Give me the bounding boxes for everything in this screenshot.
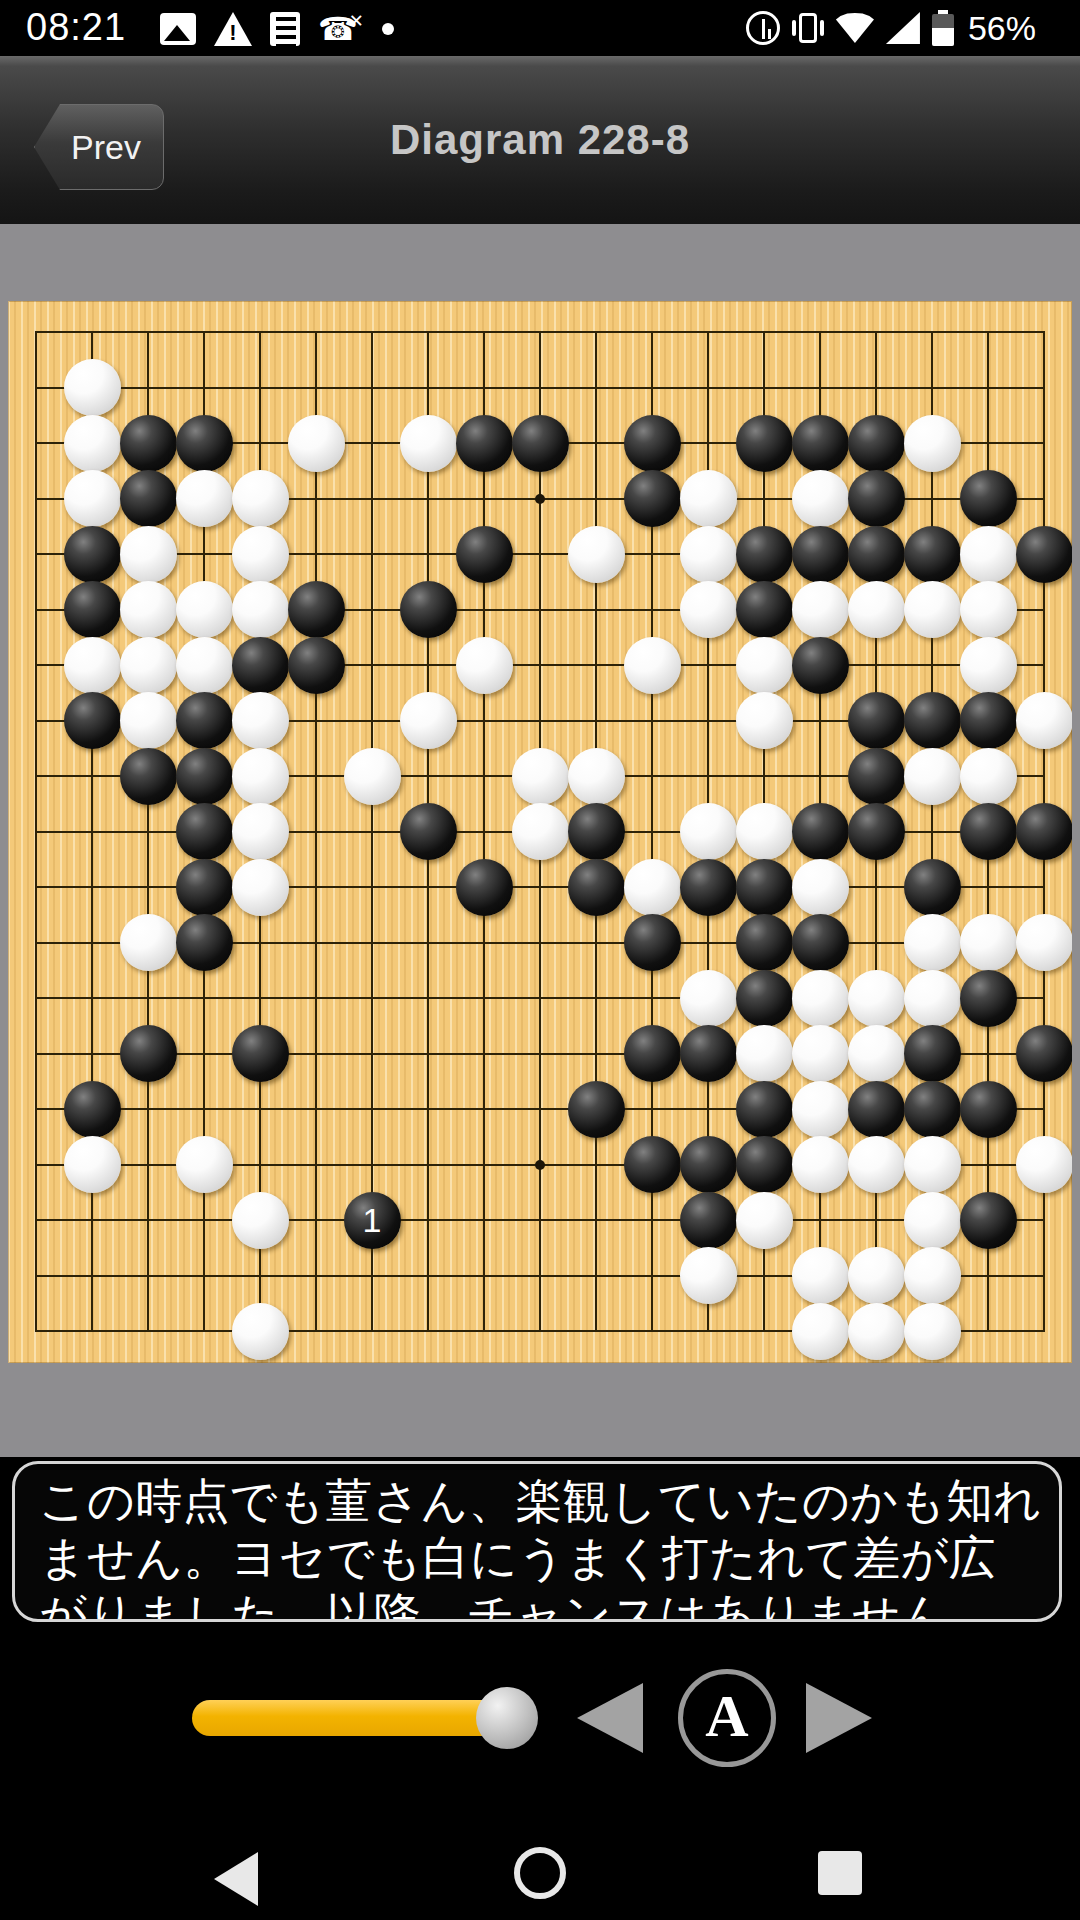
white-stone	[232, 526, 289, 583]
white-stone	[176, 1136, 233, 1193]
black-stone	[624, 914, 681, 971]
black-stone	[792, 637, 849, 694]
white-stone	[960, 526, 1017, 583]
black-stone	[400, 581, 457, 638]
black-stone	[848, 748, 905, 805]
progress-slider-knob[interactable]	[476, 1687, 538, 1749]
white-stone	[120, 581, 177, 638]
black-stone	[176, 748, 233, 805]
warning-icon	[214, 12, 252, 46]
next-move-button[interactable]	[806, 1683, 872, 1753]
black-stone	[176, 859, 233, 916]
autoplay-button[interactable]: A	[678, 1669, 776, 1767]
black-stone	[960, 1192, 1017, 1249]
black-stone	[64, 692, 121, 749]
white-stone	[904, 581, 961, 638]
playback-controls: A	[0, 1623, 1080, 1840]
white-stone	[64, 470, 121, 527]
black-stone	[288, 581, 345, 638]
white-stone	[904, 1192, 961, 1249]
prev-diagram-button[interactable]: Prev	[34, 104, 164, 190]
black-stone	[792, 415, 849, 472]
black-stone	[288, 637, 345, 694]
black-stone	[848, 470, 905, 527]
black-stone	[904, 1025, 961, 1082]
white-stone	[848, 1025, 905, 1082]
black-stone	[568, 1081, 625, 1138]
white-stone	[960, 914, 1017, 971]
black-stone	[176, 415, 233, 472]
android-nav-bar	[0, 1840, 1080, 1920]
battery-icon	[932, 10, 954, 46]
recents-icon[interactable]	[818, 1851, 862, 1895]
wifi-icon	[836, 13, 874, 43]
black-stone	[176, 803, 233, 860]
white-stone	[904, 748, 961, 805]
white-stone	[400, 692, 457, 749]
black-stone	[904, 692, 961, 749]
signal-icon	[886, 12, 920, 44]
black-stone	[848, 692, 905, 749]
black-stone	[624, 1136, 681, 1193]
black-stone	[792, 914, 849, 971]
white-stone	[64, 359, 121, 416]
white-stone	[232, 581, 289, 638]
black-stone	[848, 803, 905, 860]
commentary-text: この時点でも菫さん、楽観していたのかも知れません。ヨセでも白にうまく打たれて差が…	[39, 1472, 1043, 1622]
white-stone	[624, 859, 681, 916]
black-stone	[120, 470, 177, 527]
white-stone	[848, 970, 905, 1027]
white-stone	[176, 637, 233, 694]
black-stone	[904, 526, 961, 583]
back-icon[interactable]	[214, 1852, 258, 1906]
black-stone	[120, 415, 177, 472]
white-stone	[120, 692, 177, 749]
white-stone	[64, 637, 121, 694]
autoplay-button-label: A	[705, 1682, 748, 1751]
white-stone	[680, 526, 737, 583]
white-stone	[960, 748, 1017, 805]
white-stone	[680, 803, 737, 860]
white-stone	[792, 970, 849, 1027]
prev-button-label: Prev	[57, 128, 141, 167]
white-stone	[176, 581, 233, 638]
star-point	[535, 494, 545, 504]
black-stone	[848, 526, 905, 583]
black-stone	[64, 1081, 121, 1138]
white-stone	[848, 1247, 905, 1304]
black-stone	[232, 1025, 289, 1082]
black-stone	[960, 803, 1017, 860]
black-stone	[680, 1136, 737, 1193]
white-stone	[736, 637, 793, 694]
white-stone	[1016, 914, 1073, 971]
black-stone	[568, 803, 625, 860]
white-stone	[64, 415, 121, 472]
prev-move-button[interactable]	[577, 1683, 643, 1753]
white-stone	[232, 803, 289, 860]
black-stone	[624, 1025, 681, 1082]
white-stone	[680, 970, 737, 1027]
black-stone	[624, 470, 681, 527]
white-stone	[736, 1025, 793, 1082]
document-icon	[270, 12, 300, 46]
white-stone	[344, 748, 401, 805]
white-stone	[568, 526, 625, 583]
white-stone	[232, 1303, 289, 1360]
white-stone	[456, 637, 513, 694]
white-stone	[1016, 1136, 1073, 1193]
white-stone	[792, 1247, 849, 1304]
white-stone	[176, 470, 233, 527]
vibrate-icon	[792, 13, 824, 43]
black-stone	[680, 859, 737, 916]
move-number-label: 1	[344, 1192, 401, 1249]
white-stone	[792, 1081, 849, 1138]
white-stone	[64, 1136, 121, 1193]
black-stone	[64, 581, 121, 638]
black-stone	[568, 859, 625, 916]
black-stone	[232, 637, 289, 694]
status-bar: 08:21 ☎✕ 56%	[0, 0, 1080, 56]
black-stone	[456, 859, 513, 916]
white-stone	[792, 1303, 849, 1360]
black-stone	[904, 859, 961, 916]
black-stone	[792, 803, 849, 860]
black-stone	[1016, 803, 1073, 860]
white-stone	[232, 748, 289, 805]
white-stone	[232, 692, 289, 749]
alarm-icon	[746, 11, 780, 45]
white-stone	[232, 470, 289, 527]
white-stone	[792, 1025, 849, 1082]
home-icon[interactable]	[514, 1847, 566, 1899]
black-stone	[848, 415, 905, 472]
black-stone	[400, 803, 457, 860]
image-icon	[160, 13, 196, 45]
black-stone	[960, 692, 1017, 749]
white-stone	[904, 914, 961, 971]
black-stone	[904, 1081, 961, 1138]
star-point	[535, 1160, 545, 1170]
black-stone	[792, 526, 849, 583]
black-stone	[848, 1081, 905, 1138]
black-stone	[120, 748, 177, 805]
white-stone	[904, 1303, 961, 1360]
grid-line-h	[35, 1219, 1045, 1221]
notification-icons: ☎✕	[160, 10, 394, 48]
go-board[interactable]: 1	[8, 301, 1072, 1363]
black-stone	[456, 526, 513, 583]
white-stone	[904, 415, 961, 472]
white-stone	[288, 415, 345, 472]
white-stone	[120, 526, 177, 583]
black-stone	[960, 970, 1017, 1027]
black-stone	[120, 1025, 177, 1082]
white-stone	[848, 1303, 905, 1360]
black-stone	[64, 526, 121, 583]
white-stone	[232, 859, 289, 916]
black-stone	[624, 415, 681, 472]
white-stone	[792, 581, 849, 638]
black-stone	[176, 914, 233, 971]
black-stone	[736, 859, 793, 916]
notification-dot-icon	[382, 23, 394, 35]
white-stone	[736, 692, 793, 749]
white-stone	[960, 581, 1017, 638]
black-stone	[736, 415, 793, 472]
black-stone	[960, 1081, 1017, 1138]
black-stone	[736, 526, 793, 583]
white-stone	[232, 1192, 289, 1249]
white-stone	[792, 859, 849, 916]
white-stone	[792, 1136, 849, 1193]
black-stone	[736, 914, 793, 971]
black-stone	[736, 581, 793, 638]
black-stone	[512, 415, 569, 472]
white-stone	[904, 1247, 961, 1304]
system-icons: 56%	[746, 8, 1036, 48]
black-stone	[456, 415, 513, 472]
white-stone	[680, 581, 737, 638]
white-stone	[680, 1247, 737, 1304]
white-stone	[680, 470, 737, 527]
white-stone	[400, 415, 457, 472]
battery-percent: 56%	[968, 9, 1036, 48]
commentary-box: この時点でも菫さん、楽観していたのかも知れません。ヨセでも白にうまく打たれて差が…	[12, 1461, 1062, 1622]
app-header: Diagram 228-8 Prev	[0, 56, 1080, 224]
white-stone	[512, 748, 569, 805]
white-stone	[960, 637, 1017, 694]
white-stone	[792, 470, 849, 527]
missed-call-icon: ☎✕	[318, 12, 358, 46]
white-stone	[904, 970, 961, 1027]
white-stone	[568, 748, 625, 805]
black-stone	[736, 1136, 793, 1193]
white-stone	[624, 637, 681, 694]
black-stone	[680, 1192, 737, 1249]
white-stone	[512, 803, 569, 860]
white-stone	[736, 803, 793, 860]
black-stone	[176, 692, 233, 749]
black-stone	[960, 470, 1017, 527]
black-stone	[1016, 1025, 1073, 1082]
black-stone	[680, 1025, 737, 1082]
white-stone	[120, 637, 177, 694]
white-stone	[1016, 692, 1073, 749]
white-stone	[120, 914, 177, 971]
clock-time: 08:21	[26, 6, 126, 49]
white-stone	[848, 1136, 905, 1193]
white-stone	[736, 1192, 793, 1249]
white-stone	[848, 581, 905, 638]
black-stone	[736, 1081, 793, 1138]
white-stone	[904, 1136, 961, 1193]
black-stone	[736, 970, 793, 1027]
black-stone	[1016, 526, 1073, 583]
